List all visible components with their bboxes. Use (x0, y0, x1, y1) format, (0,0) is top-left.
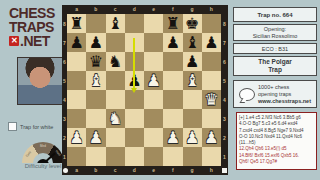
opening-label: Opening: (234, 26, 316, 33)
square-a2: ♟ (67, 128, 86, 147)
square-g2: ♟ (183, 128, 202, 147)
white-pawn-b2: ♟ (89, 130, 103, 146)
rank-label: 4 (221, 90, 228, 109)
square-g8: ♚ (183, 14, 202, 33)
trap-side-row: Trap for white (8, 122, 53, 131)
trap-name-line2: Trap (234, 66, 316, 74)
white-pawn-g2: ♟ (185, 130, 199, 146)
square-e8 (144, 14, 163, 33)
difficulty-gauge: Easy Med Hard Difficulty level (20, 140, 66, 174)
square-a8: ♜ (67, 14, 86, 33)
square-e6 (144, 52, 163, 71)
gauge-dial: Easy Med Hard (22, 142, 64, 163)
square-d6 (125, 52, 144, 71)
square-b2: ♟ (86, 128, 105, 147)
white-knight-c3: ♞ (108, 111, 122, 127)
square-g5: ♝ (183, 71, 202, 90)
square-h3 (202, 109, 221, 128)
black-pawn-d5: ♟ (127, 73, 141, 89)
black-rook-a8: ♜ (69, 16, 83, 32)
rank-label: 5 (221, 71, 228, 90)
rank-label: 1 (221, 147, 228, 166)
black-pawn-b7: ♟ (89, 35, 103, 51)
white-bishop-b5: ♝ (89, 73, 103, 89)
square-g4 (183, 90, 202, 109)
black-pawn-g6: ♟ (185, 54, 199, 70)
white-bishop-g5: ♝ (185, 73, 199, 89)
square-b7: ♟ (86, 33, 105, 52)
square-h6 (202, 52, 221, 71)
trap-for-white-checkbox[interactable] (8, 122, 17, 131)
square-c2 (106, 128, 125, 147)
move-list-line: Qh6! Qe5 17.Qg7# (239, 159, 314, 165)
square-a3 (67, 109, 86, 128)
square-b1 (86, 147, 105, 166)
square-f5 (163, 71, 182, 90)
square-d1 (125, 147, 144, 166)
logo-line-1: CHESS (9, 6, 65, 20)
square-f8: ♜ (163, 14, 182, 33)
square-d8 (125, 14, 144, 33)
rank-label: 7 (221, 33, 228, 52)
square-d7 (125, 33, 144, 52)
board-corner-marker-right (222, 168, 227, 173)
trap-for-white-label: Trap for white (20, 124, 53, 130)
white-pawn-e5: ♟ (146, 73, 160, 89)
black-rook-f8: ♜ (166, 16, 180, 32)
square-a1 (67, 147, 86, 166)
file-label: g (183, 5, 202, 14)
crossed-box-icon: ✕ (9, 36, 19, 46)
square-c4 (106, 90, 125, 109)
white-pawn-a2: ♟ (69, 130, 83, 146)
square-a4 (67, 90, 86, 109)
move-list-box: [+] 1.e4 c5 2.Nf3 Nc6 3.Bb5 g64.O-O Bg7 … (236, 112, 317, 170)
square-a6 (67, 52, 86, 71)
square-e2 (144, 128, 163, 147)
white-queen-h4: ♛ (204, 92, 218, 108)
square-f1 (163, 147, 182, 166)
logo-line-3: .NET (20, 34, 50, 48)
trap-name-box: The Polgar Trap (233, 56, 317, 76)
square-b8 (86, 14, 105, 33)
square-g6: ♟ (183, 52, 202, 71)
square-g1 (183, 147, 202, 166)
square-b3 (86, 109, 105, 128)
square-c3: ♞ (106, 109, 125, 128)
square-f2: ♟ (163, 128, 182, 147)
speech-bubble-icon (239, 88, 255, 101)
black-pawn-f7: ♟ (166, 35, 180, 51)
file-label: g (183, 166, 202, 175)
black-king-g8: ♚ (185, 16, 199, 32)
board-corner-marker-left (63, 168, 68, 173)
square-f4 (163, 90, 182, 109)
rank-label: 8 (221, 14, 228, 33)
square-b4 (86, 90, 105, 109)
square-h4: ♛ (202, 90, 221, 109)
square-h2: ♟ (202, 128, 221, 147)
rank-label: 6 (221, 52, 228, 71)
square-e4 (144, 90, 163, 109)
trap-name-line1: The Polgar (234, 58, 316, 66)
trap-number-box: Trap no. 664 (233, 7, 317, 22)
square-d4 (125, 90, 144, 109)
square-g7: ♝ (183, 33, 202, 52)
promo-line2: opening traps (258, 91, 291, 97)
logo-line-2: TRAPS (9, 20, 65, 34)
square-c1 (106, 147, 125, 166)
file-label: c (106, 166, 125, 175)
file-label: d (125, 166, 144, 175)
gauge-label-med: Med (40, 144, 46, 148)
square-h1 (202, 147, 221, 166)
promo-box: 1000+ chess opening traps www.chesstraps… (233, 80, 317, 108)
opening-name: Sicilian Rossolimo (234, 33, 316, 40)
opening-box: Opening: Sicilian Rossolimo (233, 24, 317, 41)
rank-label: 3 (221, 109, 228, 128)
white-pawn-f2: ♟ (166, 130, 180, 146)
square-e3 (144, 109, 163, 128)
square-c7 (106, 33, 125, 52)
black-pawn-h7: ♟ (204, 35, 218, 51)
square-e1 (144, 147, 163, 166)
black-bishop-c8: ♝ (108, 16, 122, 32)
square-h7: ♟ (202, 33, 221, 52)
rank-label: 2 (221, 128, 228, 147)
square-h8 (202, 14, 221, 33)
square-a7: ♟ (67, 33, 86, 52)
square-e5: ♟ (144, 71, 163, 90)
square-c6: ♞ (106, 52, 125, 71)
square-b6: ♛ (86, 52, 105, 71)
square-b5: ♝ (86, 71, 105, 90)
eco-code: ECO : B31 (234, 46, 316, 52)
black-bishop-g7: ♝ (185, 35, 199, 51)
file-labels-top: abcdefgh (67, 5, 221, 14)
square-c5 (106, 71, 125, 90)
square-h5 (202, 71, 221, 90)
move-list-line: 7.cxd4 cxd4 8.Bg5 Nge7 9.Nxd4 (239, 128, 314, 134)
rank-labels-right: 87654321 (221, 14, 228, 166)
file-labels-bottom: abcdefgh (67, 166, 221, 175)
square-f6 (163, 52, 182, 71)
square-d5: ♟ (125, 71, 144, 90)
file-label: h (202, 5, 221, 14)
file-label: e (144, 5, 163, 14)
black-pawn-a7: ♟ (69, 35, 83, 51)
square-d2 (125, 128, 144, 147)
eco-box: ECO : B31 (233, 43, 317, 54)
trap-number: Trap no. 664 (234, 12, 316, 18)
file-label: d (125, 5, 144, 14)
file-label: e (144, 166, 163, 175)
square-c8: ♝ (106, 14, 125, 33)
white-pawn-h2: ♟ (204, 130, 218, 146)
square-a5 (67, 71, 86, 90)
square-f3 (163, 109, 182, 128)
chess-board: abcdefgh abcdefgh 87654321 87654321 ♜♝♜♚… (62, 5, 228, 175)
black-knight-c6: ♞ (108, 54, 122, 70)
square-d3 (125, 109, 144, 128)
file-label: a (67, 5, 86, 14)
black-queen-b6: ♛ (89, 54, 103, 70)
file-label: b (86, 166, 105, 175)
square-f7: ♟ (163, 33, 182, 52)
square-e7 (144, 33, 163, 52)
file-label: f (163, 5, 182, 14)
file-label: a (67, 166, 86, 175)
square-g3 (183, 109, 202, 128)
file-label: b (86, 5, 105, 14)
file-label: f (163, 166, 182, 175)
presenter-photo (17, 57, 63, 105)
file-label: c (106, 5, 125, 14)
file-label: h (202, 166, 221, 175)
board-squares: ♜♝♜♚♟♟♟♝♟♛♞♟♝♟♟♝♛♞♟♟♟♟♟ (67, 14, 221, 166)
site-logo: CHESS TRAPS ✕ .NET (9, 6, 65, 48)
promo-site-link[interactable]: www.chesstraps.net (258, 98, 311, 104)
promo-line1: 1000+ chess (258, 84, 289, 90)
